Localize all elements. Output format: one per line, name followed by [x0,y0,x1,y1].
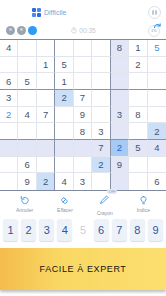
cell-r6c2[interactable] [18,123,36,140]
cell-r8c5[interactable] [74,157,92,174]
cell-r2c6[interactable] [92,57,110,74]
cell-r9c7[interactable] [111,173,129,190]
numpad-8[interactable]: 8 [130,219,145,241]
progress-badge[interactable]: 1% [148,25,160,37]
difficulty-range-banner[interactable]: FACILE À EXPERT [0,248,166,290]
undo-label: Annuler [16,207,33,213]
cell-r4c6[interactable] [92,90,110,107]
cell-r8c4[interactable] [55,157,73,174]
cell-r7c1[interactable] [0,140,18,157]
cell-r1c4[interactable] [55,40,73,57]
cell-r5c5[interactable]: 9 [74,107,92,124]
bulb-icon [138,195,149,206]
cell-r3c8[interactable] [129,73,147,90]
cell-r7c2[interactable] [18,140,36,157]
numpad-6[interactable]: 6 [94,219,109,241]
cell-r4c5[interactable]: 7 [74,90,92,107]
numpad-5[interactable]: 5 [76,219,91,241]
mistake-dot-used: ✕ [17,26,26,35]
cell-r4c4[interactable]: 2 [55,90,73,107]
mistake-dot-used: ✕ [6,26,15,35]
cell-r4c2[interactable] [18,90,36,107]
erase-label: Effacer [57,207,73,213]
cell-r7c7[interactable]: 2 [111,140,129,157]
cell-r2c7[interactable] [111,57,129,74]
pause-button[interactable] [148,6,161,19]
cell-r3c3[interactable] [37,73,55,90]
clock-icon [70,27,77,34]
cell-r6c6[interactable]: 3 [92,123,110,140]
numpad-9[interactable]: 9 [148,219,163,241]
cell-r6c3[interactable] [37,123,55,140]
cell-r3c5[interactable] [74,73,92,90]
cell-r6c7[interactable] [111,123,129,140]
cell-r4c3[interactable] [37,90,55,107]
cell-r8c1[interactable] [0,157,18,174]
cell-r3c9[interactable] [148,73,166,90]
pencil-button[interactable]: OFF Crayon [97,191,113,216]
cell-r6c8[interactable] [129,123,147,140]
cell-r2c3[interactable]: 1 [37,57,55,74]
cell-r5c4[interactable] [55,107,73,124]
cell-r5c3[interactable]: 7 [37,107,55,124]
cell-r3c4[interactable]: 1 [55,73,73,90]
mistake-dots: ✕ ✕ [6,26,37,35]
numpad-3[interactable]: 3 [39,219,54,241]
header: Difficile [0,0,166,22]
cell-r2c1[interactable] [0,57,18,74]
undo-button[interactable]: Annuler [16,195,33,213]
cell-r8c9[interactable] [148,157,166,174]
erase-button[interactable]: Effacer [57,195,73,213]
cell-r2c9[interactable] [148,57,166,74]
cell-r7c4[interactable] [55,140,73,157]
cell-r7c6[interactable]: 7 [92,140,110,157]
cell-r1c2[interactable] [18,40,36,57]
cell-r1c3[interactable] [37,40,55,57]
mistake-dot-active [28,26,37,35]
cell-r7c8[interactable]: 5 [129,140,147,157]
cell-r8c6[interactable]: 2 [92,157,110,174]
cell-r1c1[interactable]: 4 [0,40,18,57]
eraser-icon [59,195,70,206]
cell-r6c9[interactable]: 2 [148,123,166,140]
cell-r2c5[interactable] [74,57,92,74]
numpad-4[interactable]: 4 [57,219,72,241]
cell-r8c7[interactable]: 9 [111,157,129,174]
number-pad: 123456789 [0,216,166,243]
cell-r1c6[interactable] [92,40,110,57]
cell-r6c4[interactable] [55,123,73,140]
cell-r3c1[interactable]: 6 [0,73,18,90]
timer: 00:35 [70,27,95,34]
sudoku-app-screen: Difficile ✕ ✕ 00:35 1% [0,0,166,296]
hint-button[interactable]: Indice [137,195,150,213]
cell-r9c1[interactable] [0,173,18,190]
cell-r3c2[interactable]: 5 [18,73,36,90]
hint-label: Indice [137,207,150,213]
numpad-1[interactable]: 1 [3,219,18,241]
cell-r9c9[interactable]: 6 [148,173,166,190]
cell-r6c1[interactable] [0,123,18,140]
cell-r8c8[interactable] [129,157,147,174]
banner-text: FACILE À EXPERT [40,264,127,274]
pause-icon [152,10,154,15]
cell-r9c2[interactable]: 9 [18,173,36,190]
cell-r9c6[interactable] [92,173,110,190]
cell-r2c4[interactable]: 5 [55,57,73,74]
cell-r9c3[interactable]: 2 [37,173,55,190]
cell-r8c2[interactable]: 6 [18,157,36,174]
cell-r5c9[interactable] [148,107,166,124]
cell-r5c1[interactable]: 2 [0,107,18,124]
cell-r1c9[interactable]: 5 [148,40,166,57]
toolbar: Annuler Effacer OFF Crayon Indice [0,191,166,216]
pencil-icon [99,194,110,205]
cell-r1c8[interactable]: 1 [129,40,147,57]
status-bar: ✕ ✕ 00:35 1% [0,22,166,39]
difficulty-label: Difficile [44,9,66,16]
cell-r9c5[interactable]: 3 [74,173,92,190]
refresh-arrow-icon [153,23,162,32]
cell-r5c8[interactable]: 8 [129,107,147,124]
cell-r3c7[interactable] [111,73,129,90]
cell-r1c5[interactable] [74,40,92,57]
cell-r3c6[interactable] [92,73,110,90]
sudoku-board: 4815152651327247938832725462992436 [0,39,166,191]
cell-r5c7[interactable]: 3 [111,107,129,124]
cell-r5c6[interactable] [92,107,110,124]
cell-r4c1[interactable]: 3 [0,90,18,107]
cell-r4c9[interactable] [148,90,166,107]
pencil-label: Crayon [97,210,113,216]
cell-r4c7[interactable] [111,90,129,107]
timer-value: 00:35 [79,27,95,34]
cell-r7c3[interactable] [37,140,55,157]
cell-r4c8[interactable] [129,90,147,107]
numpad-2[interactable]: 2 [21,219,36,241]
cell-r2c8[interactable]: 2 [129,57,147,74]
cell-r2c2[interactable] [18,57,36,74]
numpad-7[interactable]: 7 [112,219,127,241]
app-logo-icon [32,8,41,17]
pencil-mode-badge: OFF [107,189,117,194]
cell-r6c5[interactable]: 8 [74,123,92,140]
cell-r9c4[interactable]: 4 [55,173,73,190]
cell-r7c5[interactable] [74,140,92,157]
cell-r1c7[interactable]: 8 [111,40,129,57]
undo-icon [19,195,30,206]
cell-r8c3[interactable] [37,157,55,174]
cell-r9c8[interactable] [129,173,147,190]
cell-r7c9[interactable]: 4 [148,140,166,157]
cell-r5c2[interactable]: 4 [18,107,36,124]
